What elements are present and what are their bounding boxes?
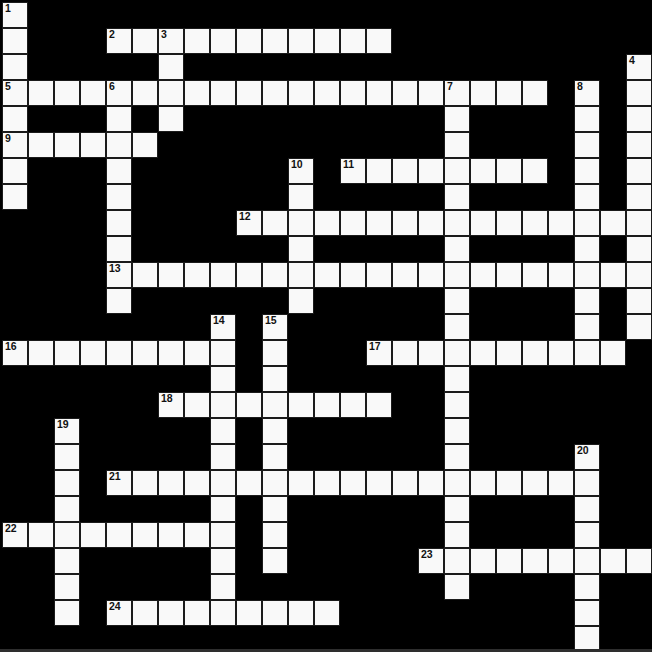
white-cell[interactable]	[600, 262, 626, 288]
white-cell[interactable]	[262, 340, 288, 366]
white-cell[interactable]	[340, 80, 366, 106]
white-cell[interactable]	[522, 340, 548, 366]
white-cell[interactable]	[288, 236, 314, 262]
black-cell	[28, 392, 54, 418]
black-cell	[54, 236, 80, 262]
black-cell	[184, 2, 210, 28]
white-cell[interactable]	[184, 340, 210, 366]
white-cell[interactable]	[574, 210, 600, 236]
white-cell[interactable]	[418, 340, 444, 366]
black-cell	[288, 496, 314, 522]
black-cell	[314, 574, 340, 600]
white-cell[interactable]	[392, 470, 418, 496]
white-cell[interactable]	[28, 80, 54, 106]
white-cell[interactable]	[288, 392, 314, 418]
white-cell[interactable]	[262, 548, 288, 574]
black-cell	[184, 288, 210, 314]
white-cell[interactable]	[444, 184, 470, 210]
white-cell[interactable]: 3	[158, 28, 184, 54]
white-cell[interactable]	[184, 28, 210, 54]
black-cell	[80, 262, 106, 288]
white-cell[interactable]	[2, 158, 28, 184]
white-cell[interactable]	[392, 262, 418, 288]
white-cell[interactable]	[158, 600, 184, 626]
white-cell[interactable]	[444, 496, 470, 522]
white-cell[interactable]	[392, 340, 418, 366]
black-cell	[288, 366, 314, 392]
white-cell[interactable]	[54, 548, 80, 574]
white-cell[interactable]	[288, 184, 314, 210]
white-cell[interactable]: 24	[106, 600, 132, 626]
clue-number: 10	[291, 159, 303, 170]
white-cell[interactable]	[28, 522, 54, 548]
white-cell[interactable]	[574, 522, 600, 548]
white-cell[interactable]	[54, 574, 80, 600]
white-cell[interactable]	[28, 132, 54, 158]
white-cell[interactable]	[132, 340, 158, 366]
black-cell	[548, 184, 574, 210]
white-cell[interactable]	[210, 548, 236, 574]
white-cell[interactable]	[2, 184, 28, 210]
black-cell	[522, 444, 548, 470]
white-cell[interactable]	[626, 262, 652, 288]
white-cell[interactable]	[470, 262, 496, 288]
white-cell[interactable]	[262, 470, 288, 496]
white-cell[interactable]	[106, 158, 132, 184]
white-cell[interactable]	[210, 574, 236, 600]
white-cell[interactable]	[444, 340, 470, 366]
black-cell	[600, 496, 626, 522]
white-cell[interactable]	[210, 80, 236, 106]
white-cell[interactable]	[496, 262, 522, 288]
white-cell[interactable]	[106, 236, 132, 262]
white-cell[interactable]	[470, 158, 496, 184]
white-cell[interactable]	[132, 132, 158, 158]
white-cell[interactable]: 10	[288, 158, 314, 184]
white-cell[interactable]	[210, 496, 236, 522]
white-cell[interactable]	[496, 210, 522, 236]
black-cell	[522, 236, 548, 262]
white-cell[interactable]	[262, 444, 288, 470]
white-cell[interactable]: 15	[262, 314, 288, 340]
white-cell[interactable]: 9	[2, 132, 28, 158]
white-cell[interactable]	[366, 262, 392, 288]
white-cell[interactable]	[210, 392, 236, 418]
white-cell[interactable]: 1	[2, 2, 28, 28]
white-cell[interactable]	[626, 132, 652, 158]
white-cell[interactable]	[444, 132, 470, 158]
white-cell[interactable]: 16	[2, 340, 28, 366]
white-cell[interactable]	[574, 236, 600, 262]
white-cell[interactable]	[262, 392, 288, 418]
black-cell	[158, 158, 184, 184]
black-cell	[392, 366, 418, 392]
white-cell[interactable]	[54, 444, 80, 470]
white-cell[interactable]	[496, 548, 522, 574]
white-cell[interactable]	[574, 262, 600, 288]
white-cell[interactable]	[626, 314, 652, 340]
black-cell	[158, 184, 184, 210]
white-cell[interactable]	[184, 600, 210, 626]
white-cell[interactable]	[626, 80, 652, 106]
white-cell[interactable]	[522, 158, 548, 184]
white-cell[interactable]	[210, 418, 236, 444]
white-cell[interactable]	[158, 106, 184, 132]
white-cell[interactable]	[80, 522, 106, 548]
white-cell[interactable]	[210, 262, 236, 288]
white-cell[interactable]	[496, 340, 522, 366]
white-cell[interactable]	[132, 262, 158, 288]
white-cell[interactable]: 2	[106, 28, 132, 54]
white-cell[interactable]	[54, 80, 80, 106]
white-cell[interactable]	[158, 340, 184, 366]
white-cell[interactable]	[444, 314, 470, 340]
white-cell[interactable]	[444, 522, 470, 548]
white-cell[interactable]	[548, 262, 574, 288]
white-cell[interactable]	[2, 28, 28, 54]
white-cell[interactable]	[54, 340, 80, 366]
black-cell	[210, 132, 236, 158]
white-cell[interactable]	[210, 600, 236, 626]
white-cell[interactable]	[522, 80, 548, 106]
white-cell[interactable]	[418, 262, 444, 288]
black-cell	[600, 366, 626, 392]
white-cell[interactable]	[548, 470, 574, 496]
black-cell	[2, 418, 28, 444]
white-cell[interactable]	[158, 470, 184, 496]
clue-number: 23	[421, 549, 433, 560]
black-cell	[54, 184, 80, 210]
black-cell	[28, 262, 54, 288]
black-cell	[80, 418, 106, 444]
white-cell[interactable]: 11	[340, 158, 366, 184]
white-cell[interactable]	[444, 418, 470, 444]
white-cell[interactable]: 22	[2, 522, 28, 548]
white-cell[interactable]	[106, 522, 132, 548]
white-cell[interactable]	[210, 522, 236, 548]
white-cell[interactable]	[574, 600, 600, 626]
white-cell[interactable]	[54, 132, 80, 158]
white-cell[interactable]: 23	[418, 548, 444, 574]
white-cell[interactable]	[340, 262, 366, 288]
white-cell[interactable]	[574, 158, 600, 184]
white-cell[interactable]	[262, 418, 288, 444]
white-cell[interactable]	[288, 80, 314, 106]
white-cell[interactable]	[80, 132, 106, 158]
white-cell[interactable]	[2, 54, 28, 80]
white-cell[interactable]	[574, 548, 600, 574]
black-cell	[262, 132, 288, 158]
clue-number: 19	[57, 419, 69, 430]
white-cell[interactable]	[340, 210, 366, 236]
white-cell[interactable]	[366, 470, 392, 496]
clue-number: 9	[5, 133, 11, 144]
white-cell[interactable]: 13	[106, 262, 132, 288]
white-cell[interactable]	[366, 80, 392, 106]
white-cell[interactable]	[496, 80, 522, 106]
white-cell[interactable]: 20	[574, 444, 600, 470]
white-cell[interactable]: 14	[210, 314, 236, 340]
white-cell[interactable]	[132, 522, 158, 548]
white-cell[interactable]	[626, 106, 652, 132]
white-cell[interactable]	[366, 392, 392, 418]
black-cell	[470, 522, 496, 548]
white-cell[interactable]	[80, 80, 106, 106]
white-cell[interactable]	[158, 54, 184, 80]
white-cell[interactable]	[444, 236, 470, 262]
white-cell[interactable]	[288, 600, 314, 626]
white-cell[interactable]	[574, 132, 600, 158]
black-cell	[340, 548, 366, 574]
white-cell[interactable]: 7	[444, 80, 470, 106]
white-cell[interactable]	[444, 288, 470, 314]
white-cell[interactable]	[366, 28, 392, 54]
white-cell[interactable]	[210, 28, 236, 54]
white-cell[interactable]	[158, 262, 184, 288]
black-cell	[80, 158, 106, 184]
white-cell[interactable]	[444, 548, 470, 574]
black-cell	[418, 28, 444, 54]
white-cell[interactable]: 12	[236, 210, 262, 236]
white-cell[interactable]	[314, 470, 340, 496]
black-cell	[80, 236, 106, 262]
white-cell[interactable]	[600, 340, 626, 366]
white-cell[interactable]	[288, 28, 314, 54]
white-cell[interactable]	[132, 470, 158, 496]
white-cell[interactable]	[262, 28, 288, 54]
white-cell[interactable]	[288, 470, 314, 496]
white-cell[interactable]	[184, 392, 210, 418]
black-cell	[444, 54, 470, 80]
white-cell[interactable]	[106, 106, 132, 132]
black-cell	[314, 548, 340, 574]
black-cell	[392, 392, 418, 418]
white-cell[interactable]	[626, 210, 652, 236]
black-cell	[80, 600, 106, 626]
white-cell[interactable]	[158, 522, 184, 548]
black-cell	[444, 600, 470, 626]
white-cell[interactable]	[210, 470, 236, 496]
white-cell[interactable]	[574, 574, 600, 600]
black-cell	[340, 522, 366, 548]
white-cell[interactable]	[444, 158, 470, 184]
clue-number: 18	[161, 393, 173, 404]
white-cell[interactable]	[54, 496, 80, 522]
white-cell[interactable]	[470, 470, 496, 496]
white-cell[interactable]: 18	[158, 392, 184, 418]
white-cell[interactable]	[184, 262, 210, 288]
black-cell	[28, 548, 54, 574]
black-cell	[28, 366, 54, 392]
white-cell[interactable]	[522, 548, 548, 574]
white-cell[interactable]	[210, 444, 236, 470]
black-cell	[496, 184, 522, 210]
white-cell[interactable]	[236, 80, 262, 106]
white-cell[interactable]: 4	[626, 54, 652, 80]
white-cell[interactable]	[314, 600, 340, 626]
white-cell[interactable]	[340, 470, 366, 496]
white-cell[interactable]	[626, 158, 652, 184]
white-cell[interactable]	[288, 262, 314, 288]
white-cell[interactable]	[366, 210, 392, 236]
white-cell[interactable]	[444, 262, 470, 288]
white-cell[interactable]	[470, 210, 496, 236]
white-cell[interactable]	[392, 158, 418, 184]
white-cell[interactable]	[600, 548, 626, 574]
white-cell[interactable]	[418, 158, 444, 184]
white-cell[interactable]	[522, 470, 548, 496]
white-cell[interactable]	[262, 262, 288, 288]
white-cell[interactable]	[132, 28, 158, 54]
black-cell	[262, 184, 288, 210]
black-cell	[2, 548, 28, 574]
white-cell[interactable]	[314, 392, 340, 418]
white-cell[interactable]	[106, 210, 132, 236]
white-cell[interactable]	[392, 210, 418, 236]
white-cell[interactable]	[548, 548, 574, 574]
white-cell[interactable]	[470, 548, 496, 574]
black-cell	[366, 132, 392, 158]
white-cell[interactable]	[106, 340, 132, 366]
white-cell[interactable]	[574, 184, 600, 210]
white-cell[interactable]	[314, 262, 340, 288]
white-cell[interactable]	[470, 80, 496, 106]
white-cell[interactable]	[600, 210, 626, 236]
white-cell[interactable]	[288, 288, 314, 314]
white-cell[interactable]	[184, 80, 210, 106]
white-cell[interactable]	[444, 470, 470, 496]
white-cell[interactable]	[574, 470, 600, 496]
white-cell[interactable]	[626, 184, 652, 210]
white-cell[interactable]: 6	[106, 80, 132, 106]
black-cell	[392, 288, 418, 314]
white-cell[interactable]	[106, 132, 132, 158]
white-cell[interactable]	[522, 210, 548, 236]
white-cell[interactable]: 8	[574, 80, 600, 106]
white-cell[interactable]	[626, 548, 652, 574]
white-cell[interactable]	[314, 210, 340, 236]
white-cell[interactable]	[470, 340, 496, 366]
white-cell[interactable]	[54, 600, 80, 626]
black-cell	[470, 28, 496, 54]
white-cell[interactable]	[262, 522, 288, 548]
white-cell[interactable]	[418, 210, 444, 236]
white-cell[interactable]	[444, 392, 470, 418]
white-cell[interactable]	[54, 522, 80, 548]
white-cell[interactable]	[340, 28, 366, 54]
white-cell[interactable]	[236, 470, 262, 496]
white-cell[interactable]	[236, 392, 262, 418]
clue-number: 24	[109, 601, 121, 612]
white-cell[interactable]	[210, 366, 236, 392]
black-cell	[262, 574, 288, 600]
white-cell[interactable]	[236, 600, 262, 626]
white-cell[interactable]	[626, 236, 652, 262]
white-cell[interactable]	[106, 288, 132, 314]
black-cell	[548, 444, 574, 470]
black-cell	[54, 262, 80, 288]
white-cell[interactable]	[262, 496, 288, 522]
white-cell[interactable]	[262, 210, 288, 236]
white-cell[interactable]	[28, 340, 54, 366]
white-cell[interactable]	[444, 444, 470, 470]
black-cell	[262, 158, 288, 184]
white-cell[interactable]	[132, 80, 158, 106]
white-cell[interactable]	[444, 210, 470, 236]
white-cell[interactable]	[158, 80, 184, 106]
white-cell[interactable]: 17	[366, 340, 392, 366]
white-cell[interactable]	[314, 80, 340, 106]
black-cell	[496, 54, 522, 80]
white-cell[interactable]	[366, 158, 392, 184]
white-cell[interactable]	[548, 340, 574, 366]
white-cell[interactable]	[444, 106, 470, 132]
black-cell	[158, 2, 184, 28]
black-cell	[236, 54, 262, 80]
clue-number: 4	[629, 55, 635, 66]
black-cell	[236, 314, 262, 340]
black-cell	[392, 314, 418, 340]
black-cell	[184, 132, 210, 158]
black-cell	[470, 314, 496, 340]
white-cell[interactable]	[626, 288, 652, 314]
white-cell[interactable]	[340, 392, 366, 418]
white-cell[interactable]	[574, 288, 600, 314]
white-cell[interactable]	[54, 470, 80, 496]
white-cell[interactable]	[444, 366, 470, 392]
white-cell[interactable]	[262, 366, 288, 392]
white-cell[interactable]	[444, 574, 470, 600]
black-cell	[548, 54, 574, 80]
white-cell[interactable]	[496, 158, 522, 184]
black-cell	[54, 210, 80, 236]
black-cell	[2, 444, 28, 470]
white-cell[interactable]	[2, 106, 28, 132]
white-cell[interactable]	[236, 262, 262, 288]
white-cell[interactable]	[210, 340, 236, 366]
white-cell[interactable]	[262, 600, 288, 626]
white-cell[interactable]	[80, 340, 106, 366]
white-cell[interactable]	[132, 600, 158, 626]
white-cell[interactable]	[236, 28, 262, 54]
white-cell[interactable]: 19	[54, 418, 80, 444]
white-cell[interactable]	[184, 470, 210, 496]
white-cell[interactable]	[314, 28, 340, 54]
white-cell[interactable]	[496, 470, 522, 496]
white-cell[interactable]: 21	[106, 470, 132, 496]
white-cell[interactable]	[574, 314, 600, 340]
white-cell[interactable]	[574, 496, 600, 522]
black-cell	[470, 366, 496, 392]
black-cell	[184, 366, 210, 392]
white-cell[interactable]	[418, 80, 444, 106]
black-cell	[626, 392, 652, 418]
white-cell[interactable]	[574, 106, 600, 132]
black-cell	[184, 236, 210, 262]
white-cell[interactable]	[522, 262, 548, 288]
white-cell[interactable]	[392, 80, 418, 106]
white-cell[interactable]	[106, 184, 132, 210]
black-cell	[548, 158, 574, 184]
white-cell[interactable]	[288, 210, 314, 236]
white-cell[interactable]	[262, 80, 288, 106]
white-cell[interactable]: 5	[2, 80, 28, 106]
white-cell[interactable]	[184, 522, 210, 548]
white-cell[interactable]	[574, 340, 600, 366]
clue-number: 1	[5, 3, 11, 14]
white-cell[interactable]	[418, 470, 444, 496]
white-cell[interactable]	[548, 210, 574, 236]
